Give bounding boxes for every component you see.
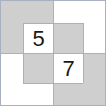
cell-r3c3[interactable]: 7 bbox=[53, 53, 83, 83]
cell-r4c1[interactable] bbox=[0, 83, 23, 106]
cell-r2c4[interactable] bbox=[83, 23, 106, 53]
cell-r1c1[interactable] bbox=[0, 0, 23, 23]
cell-r2c1[interactable] bbox=[0, 23, 23, 53]
cell-r4c2[interactable] bbox=[23, 83, 53, 106]
cell-r1c3[interactable] bbox=[53, 0, 83, 23]
puzzle-board: 5 7 bbox=[0, 0, 106, 106]
cell-r2c2[interactable]: 5 bbox=[23, 23, 53, 53]
cell-r2c3[interactable] bbox=[53, 23, 83, 53]
cell-r3c4[interactable] bbox=[83, 53, 106, 83]
cell-r1c4[interactable] bbox=[83, 0, 106, 23]
cell-r1c2[interactable] bbox=[23, 0, 53, 23]
cell-r3c1[interactable] bbox=[0, 53, 23, 83]
cell-r3c2[interactable] bbox=[23, 53, 53, 83]
cell-r4c3[interactable] bbox=[53, 83, 83, 106]
cell-r4c4[interactable] bbox=[83, 83, 106, 106]
